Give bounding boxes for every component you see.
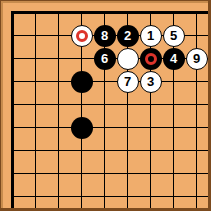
intersection	[116, 139, 139, 162]
intersection	[162, 185, 185, 208]
intersection	[70, 70, 93, 93]
intersection	[1, 185, 24, 208]
intersection	[47, 70, 70, 93]
black-stone	[71, 71, 93, 93]
intersection	[116, 93, 139, 116]
intersection	[185, 24, 208, 47]
intersection	[162, 1, 185, 24]
intersection	[1, 1, 24, 24]
intersection	[70, 116, 93, 139]
intersection: 1	[139, 24, 162, 47]
black-stone: 2	[117, 25, 139, 47]
intersection	[185, 116, 208, 139]
intersection: 2	[116, 24, 139, 47]
intersection	[139, 93, 162, 116]
intersection	[93, 93, 116, 116]
intersection	[24, 1, 47, 24]
intersection	[185, 93, 208, 116]
intersection	[185, 185, 208, 208]
intersection	[139, 139, 162, 162]
white-stone: 5	[163, 25, 185, 47]
intersection	[185, 162, 208, 185]
intersection	[70, 139, 93, 162]
intersection	[139, 47, 162, 70]
intersection	[93, 116, 116, 139]
intersection	[1, 162, 24, 185]
intersection	[24, 116, 47, 139]
intersection: 6	[93, 47, 116, 70]
intersection	[93, 185, 116, 208]
circle-mark-icon	[145, 53, 157, 65]
intersection	[139, 1, 162, 24]
intersection	[24, 185, 47, 208]
intersection	[47, 139, 70, 162]
intersection	[70, 24, 93, 47]
intersection	[24, 47, 47, 70]
go-board-frame: 821564973	[0, 0, 211, 211]
intersection	[139, 116, 162, 139]
black-stone: 6	[94, 48, 116, 70]
intersection	[185, 139, 208, 162]
intersection	[93, 162, 116, 185]
intersection	[47, 93, 70, 116]
white-stone	[71, 25, 93, 47]
intersection	[70, 1, 93, 24]
intersection	[116, 185, 139, 208]
black-stone: 8	[94, 25, 116, 47]
black-stone	[71, 117, 93, 139]
intersection	[185, 70, 208, 93]
intersection	[47, 1, 70, 24]
intersection	[162, 116, 185, 139]
intersection	[24, 93, 47, 116]
intersection	[70, 47, 93, 70]
intersection	[24, 139, 47, 162]
intersection	[93, 70, 116, 93]
intersection: 5	[162, 24, 185, 47]
intersection	[47, 185, 70, 208]
intersection	[116, 116, 139, 139]
black-stone	[140, 48, 162, 70]
white-stone: 3	[140, 71, 162, 93]
white-stone: 7	[117, 71, 139, 93]
intersection	[93, 1, 116, 24]
intersection	[116, 1, 139, 24]
intersection	[162, 70, 185, 93]
intersection	[1, 116, 24, 139]
circle-mark-icon	[76, 30, 88, 42]
intersection	[162, 162, 185, 185]
intersection: 4	[162, 47, 185, 70]
intersection	[162, 93, 185, 116]
intersection	[162, 139, 185, 162]
intersection: 3	[139, 70, 162, 93]
intersection	[116, 162, 139, 185]
intersection	[1, 70, 24, 93]
intersection	[93, 139, 116, 162]
go-board-grid: 821564973	[1, 1, 208, 208]
intersection	[47, 47, 70, 70]
intersection: 9	[185, 47, 208, 70]
intersection	[24, 162, 47, 185]
intersection	[1, 93, 24, 116]
intersection	[24, 70, 47, 93]
intersection	[116, 47, 139, 70]
intersection	[1, 24, 24, 47]
intersection	[185, 1, 208, 24]
white-stone	[117, 48, 139, 70]
intersection	[70, 93, 93, 116]
intersection	[139, 162, 162, 185]
intersection: 8	[93, 24, 116, 47]
intersection	[1, 47, 24, 70]
intersection	[24, 24, 47, 47]
intersection	[47, 116, 70, 139]
intersection	[1, 139, 24, 162]
intersection	[70, 185, 93, 208]
white-stone: 1	[140, 25, 162, 47]
intersection	[47, 162, 70, 185]
white-stone: 9	[186, 48, 208, 70]
intersection: 7	[116, 70, 139, 93]
intersection	[47, 24, 70, 47]
black-stone: 4	[163, 48, 185, 70]
intersection	[70, 162, 93, 185]
intersection	[139, 185, 162, 208]
